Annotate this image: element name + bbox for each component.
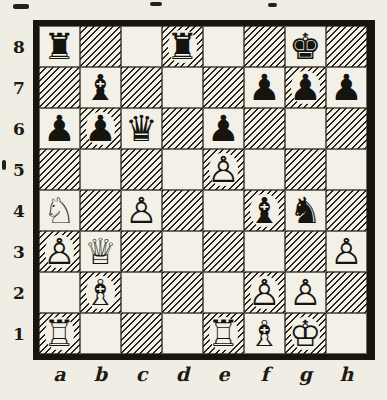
rank-label-8: 8 <box>8 26 30 67</box>
square-e4[interactable] <box>203 190 244 231</box>
square-f5[interactable] <box>244 149 285 190</box>
square-a5[interactable] <box>39 149 80 190</box>
square-h7[interactable]: ♟ <box>326 67 367 108</box>
square-g8[interactable]: ♚ <box>285 26 326 67</box>
black-pawn-h7: ♟ <box>326 67 367 108</box>
square-g2[interactable]: ♙ <box>285 272 326 313</box>
square-b3[interactable]: ♕ <box>80 231 121 272</box>
square-g6[interactable] <box>285 108 326 149</box>
black-pawn-e6: ♟ <box>203 108 244 149</box>
scan-speck <box>268 3 277 7</box>
square-e1[interactable]: ♖ <box>203 313 244 354</box>
black-bishop-b7: ♝ <box>80 67 121 108</box>
square-f1[interactable]: ♗ <box>244 313 285 354</box>
square-d2[interactable] <box>162 272 203 313</box>
black-pawn-f7: ♟ <box>244 67 285 108</box>
file-label-g: g <box>285 360 326 388</box>
rank-label-5: 5 <box>8 149 30 190</box>
scan-speck <box>2 160 6 170</box>
square-c1[interactable] <box>121 313 162 354</box>
white-pawn-f2: ♙ <box>244 272 285 313</box>
square-e6[interactable]: ♟ <box>203 108 244 149</box>
rank-label-6: 6 <box>8 108 30 149</box>
square-f3[interactable] <box>244 231 285 272</box>
file-label-b: b <box>80 360 121 388</box>
square-c3[interactable] <box>121 231 162 272</box>
white-pawn-h3: ♙ <box>326 231 367 272</box>
black-bishop-f4: ♝ <box>244 190 285 231</box>
square-d8[interactable]: ♜ <box>162 26 203 67</box>
white-bishop-f1: ♗ <box>244 313 285 354</box>
square-e3[interactable] <box>203 231 244 272</box>
square-h4[interactable] <box>326 190 367 231</box>
black-pawn-b6: ♟ <box>80 108 121 149</box>
square-a3[interactable]: ♙ <box>39 231 80 272</box>
square-c7[interactable] <box>121 67 162 108</box>
rank-label-1: 1 <box>8 313 30 354</box>
square-d3[interactable] <box>162 231 203 272</box>
white-king-g1: ♔ <box>285 313 326 354</box>
square-f4[interactable]: ♝ <box>244 190 285 231</box>
square-g7[interactable]: ♟ <box>285 67 326 108</box>
white-knight-a4: ♘ <box>39 190 80 231</box>
square-d4[interactable] <box>162 190 203 231</box>
black-rook-d8: ♜ <box>162 26 203 67</box>
square-f2[interactable]: ♙ <box>244 272 285 313</box>
square-d1[interactable] <box>162 313 203 354</box>
file-label-e: e <box>203 360 244 388</box>
black-queen-c6: ♛ <box>121 108 162 149</box>
square-h5[interactable] <box>326 149 367 190</box>
square-c4[interactable]: ♙ <box>121 190 162 231</box>
square-c2[interactable] <box>121 272 162 313</box>
square-b8[interactable] <box>80 26 121 67</box>
black-king-g8: ♚ <box>285 26 326 67</box>
white-pawn-c4: ♙ <box>121 190 162 231</box>
square-a2[interactable] <box>39 272 80 313</box>
square-a6[interactable]: ♟ <box>39 108 80 149</box>
square-h3[interactable]: ♙ <box>326 231 367 272</box>
scan-speck <box>150 2 162 6</box>
board-grid: ♜♜♚♝♟♟♟♟♟♛♟♙♘♙♝♞♙♕♙♗♙♙♖♖♗♔ <box>39 26 367 354</box>
square-g1[interactable]: ♔ <box>285 313 326 354</box>
square-b4[interactable] <box>80 190 121 231</box>
square-g3[interactable] <box>285 231 326 272</box>
square-b6[interactable]: ♟ <box>80 108 121 149</box>
file-label-d: d <box>162 360 203 388</box>
black-pawn-g7: ♟ <box>285 67 326 108</box>
square-d5[interactable] <box>162 149 203 190</box>
square-h2[interactable] <box>326 272 367 313</box>
file-label-c: c <box>121 360 162 388</box>
white-rook-e1: ♖ <box>203 313 244 354</box>
square-b5[interactable] <box>80 149 121 190</box>
square-h1[interactable] <box>326 313 367 354</box>
square-e8[interactable] <box>203 26 244 67</box>
white-pawn-g2: ♙ <box>285 272 326 313</box>
square-f7[interactable]: ♟ <box>244 67 285 108</box>
black-rook-a8: ♜ <box>39 26 80 67</box>
square-c6[interactable]: ♛ <box>121 108 162 149</box>
square-d7[interactable] <box>162 67 203 108</box>
square-g4[interactable]: ♞ <box>285 190 326 231</box>
rank-label-3: 3 <box>8 231 30 272</box>
square-a4[interactable]: ♘ <box>39 190 80 231</box>
white-pawn-e5: ♙ <box>203 149 244 190</box>
square-e7[interactable] <box>203 67 244 108</box>
square-a8[interactable]: ♜ <box>39 26 80 67</box>
square-a7[interactable] <box>39 67 80 108</box>
file-label-f: f <box>244 360 285 388</box>
square-h6[interactable] <box>326 108 367 149</box>
scan-speck <box>13 4 29 9</box>
square-b2[interactable]: ♗ <box>80 272 121 313</box>
square-b7[interactable]: ♝ <box>80 67 121 108</box>
black-pawn-a6: ♟ <box>39 108 80 149</box>
square-f6[interactable] <box>244 108 285 149</box>
file-label-h: h <box>326 360 367 388</box>
white-pawn-a3: ♙ <box>39 231 80 272</box>
square-b1[interactable] <box>80 313 121 354</box>
square-e5[interactable]: ♙ <box>203 149 244 190</box>
square-d6[interactable] <box>162 108 203 149</box>
black-knight-g4: ♞ <box>285 190 326 231</box>
square-a1[interactable]: ♖ <box>39 313 80 354</box>
square-h8[interactable] <box>326 26 367 67</box>
square-f8[interactable] <box>244 26 285 67</box>
square-e2[interactable] <box>203 272 244 313</box>
rank-label-4: 4 <box>8 190 30 231</box>
square-c5[interactable] <box>121 149 162 190</box>
white-queen-b3: ♕ <box>80 231 121 272</box>
square-c8[interactable] <box>121 26 162 67</box>
square-g5[interactable] <box>285 149 326 190</box>
chess-board: ♜♜♚♝♟♟♟♟♟♛♟♙♘♙♝♞♙♕♙♗♙♙♖♖♗♔ <box>33 20 373 360</box>
file-labels: abcdefgh <box>39 360 367 388</box>
white-bishop-b2: ♗ <box>80 272 121 313</box>
rank-label-2: 2 <box>8 272 30 313</box>
white-rook-a1: ♖ <box>39 313 80 354</box>
file-label-a: a <box>39 360 80 388</box>
rank-label-7: 7 <box>8 67 30 108</box>
